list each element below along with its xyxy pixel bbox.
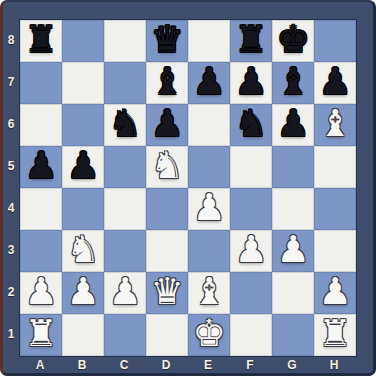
square-f7[interactable]: ♟ (230, 62, 272, 104)
square-g6[interactable]: ♟ (272, 104, 314, 146)
square-b5[interactable]: ♟ (62, 146, 104, 188)
file-label-b: B (61, 356, 103, 374)
square-f1[interactable] (230, 314, 272, 356)
piece-black-king[interactable]: ♚ (276, 21, 309, 58)
square-g1[interactable] (272, 314, 314, 356)
square-d2[interactable]: ♛ (146, 272, 188, 314)
piece-black-pawn[interactable]: ♟ (276, 105, 309, 142)
piece-white-pawn[interactable]: ♟ (108, 273, 141, 310)
square-d5[interactable]: ♞ (146, 146, 188, 188)
square-a2[interactable]: ♟ (20, 272, 62, 314)
square-h7[interactable]: ♟ (314, 62, 356, 104)
piece-white-pawn[interactable]: ♟ (276, 231, 309, 268)
square-f8[interactable]: ♜ (230, 20, 272, 62)
piece-black-pawn[interactable]: ♟ (66, 147, 99, 184)
piece-white-pawn[interactable]: ♟ (192, 189, 225, 226)
file-label-e: E (187, 356, 229, 374)
piece-black-pawn[interactable]: ♟ (318, 63, 351, 100)
square-f6[interactable]: ♞ (230, 104, 272, 146)
square-e1[interactable]: ♚ (188, 314, 230, 356)
rank-label-1: 1 (3, 313, 19, 355)
square-f5[interactable] (230, 146, 272, 188)
square-b8[interactable] (62, 20, 104, 62)
piece-white-rook[interactable]: ♜ (24, 315, 57, 352)
rank-labels: 87654321 (3, 19, 19, 355)
square-b3[interactable]: ♞ (62, 230, 104, 272)
square-b1[interactable] (62, 314, 104, 356)
square-b6[interactable] (62, 104, 104, 146)
piece-black-pawn[interactable]: ♟ (234, 63, 267, 100)
square-f2[interactable] (230, 272, 272, 314)
rank-label-7: 7 (3, 61, 19, 103)
piece-black-rook[interactable]: ♜ (234, 21, 267, 58)
square-g8[interactable]: ♚ (272, 20, 314, 62)
square-b7[interactable] (62, 62, 104, 104)
chess-board: ♜♛♜♚♝♟♟♝♟♞♟♞♟♝♟♟♞♟♞♟♟♟♟♟♛♝♟♜♚♜ (19, 19, 357, 357)
file-label-f: F (229, 356, 271, 374)
square-h8[interactable] (314, 20, 356, 62)
file-labels: ABCDEFGH (19, 356, 355, 374)
square-c2[interactable]: ♟ (104, 272, 146, 314)
chess-board-frame: 87654321 ♜♛♜♚♝♟♟♝♟♞♟♞♟♝♟♟♞♟♞♟♟♟♟♟♛♝♟♜♚♜ … (0, 0, 376, 376)
rank-label-5: 5 (3, 145, 19, 187)
file-label-g: G (271, 356, 313, 374)
square-d6[interactable]: ♟ (146, 104, 188, 146)
square-f4[interactable] (230, 188, 272, 230)
piece-black-knight[interactable]: ♞ (108, 105, 141, 142)
square-h5[interactable] (314, 146, 356, 188)
square-c4[interactable] (104, 188, 146, 230)
piece-black-rook[interactable]: ♜ (24, 21, 57, 58)
square-d8[interactable]: ♛ (146, 20, 188, 62)
square-f3[interactable]: ♟ (230, 230, 272, 272)
piece-black-pawn[interactable]: ♟ (24, 147, 57, 184)
piece-black-pawn[interactable]: ♟ (192, 63, 225, 100)
square-d3[interactable] (146, 230, 188, 272)
square-b2[interactable]: ♟ (62, 272, 104, 314)
piece-black-pawn[interactable]: ♟ (150, 105, 183, 142)
rank-label-6: 6 (3, 103, 19, 145)
file-label-c: C (103, 356, 145, 374)
piece-white-knight[interactable]: ♞ (66, 231, 99, 268)
square-g4[interactable] (272, 188, 314, 230)
square-e5[interactable] (188, 146, 230, 188)
square-e8[interactable] (188, 20, 230, 62)
square-a3[interactable] (20, 230, 62, 272)
piece-white-pawn[interactable]: ♟ (66, 273, 99, 310)
square-c1[interactable] (104, 314, 146, 356)
piece-white-pawn[interactable]: ♟ (234, 231, 267, 268)
square-g3[interactable]: ♟ (272, 230, 314, 272)
piece-white-pawn[interactable]: ♟ (24, 273, 57, 310)
piece-white-knight[interactable]: ♞ (150, 147, 183, 184)
square-d4[interactable] (146, 188, 188, 230)
piece-black-bishop[interactable]: ♝ (276, 63, 309, 100)
square-h4[interactable] (314, 188, 356, 230)
square-a8[interactable]: ♜ (20, 20, 62, 62)
file-label-h: H (313, 356, 355, 374)
square-e4[interactable]: ♟ (188, 188, 230, 230)
piece-black-queen[interactable]: ♛ (150, 21, 183, 58)
square-a4[interactable] (20, 188, 62, 230)
piece-white-bishop[interactable]: ♝ (318, 105, 351, 142)
square-a1[interactable]: ♜ (20, 314, 62, 356)
file-label-a: A (19, 356, 61, 374)
square-a5[interactable]: ♟ (20, 146, 62, 188)
square-h6[interactable]: ♝ (314, 104, 356, 146)
square-g7[interactable]: ♝ (272, 62, 314, 104)
square-a6[interactable] (20, 104, 62, 146)
square-h3[interactable] (314, 230, 356, 272)
square-e7[interactable]: ♟ (188, 62, 230, 104)
piece-white-king[interactable]: ♚ (192, 315, 225, 352)
file-label-d: D (145, 356, 187, 374)
piece-black-bishop[interactable]: ♝ (150, 63, 183, 100)
square-c6[interactable]: ♞ (104, 104, 146, 146)
square-h1[interactable]: ♜ (314, 314, 356, 356)
square-e3[interactable] (188, 230, 230, 272)
square-e2[interactable]: ♝ (188, 272, 230, 314)
square-a7[interactable] (20, 62, 62, 104)
square-d1[interactable] (146, 314, 188, 356)
square-e6[interactable] (188, 104, 230, 146)
square-g5[interactable] (272, 146, 314, 188)
square-b4[interactable] (62, 188, 104, 230)
rank-label-4: 4 (3, 187, 19, 229)
piece-white-rook[interactable]: ♜ (318, 315, 351, 352)
rank-label-8: 8 (3, 19, 19, 61)
rank-label-2: 2 (3, 271, 19, 313)
piece-white-pawn[interactable]: ♟ (318, 273, 351, 310)
square-c8[interactable] (104, 20, 146, 62)
square-g2[interactable] (272, 272, 314, 314)
piece-white-queen[interactable]: ♛ (150, 273, 183, 310)
square-h2[interactable]: ♟ (314, 272, 356, 314)
square-d7[interactable]: ♝ (146, 62, 188, 104)
square-c3[interactable] (104, 230, 146, 272)
piece-white-bishop[interactable]: ♝ (192, 273, 225, 310)
piece-black-knight[interactable]: ♞ (234, 105, 267, 142)
square-c5[interactable] (104, 146, 146, 188)
square-c7[interactable] (104, 62, 146, 104)
rank-label-3: 3 (3, 229, 19, 271)
